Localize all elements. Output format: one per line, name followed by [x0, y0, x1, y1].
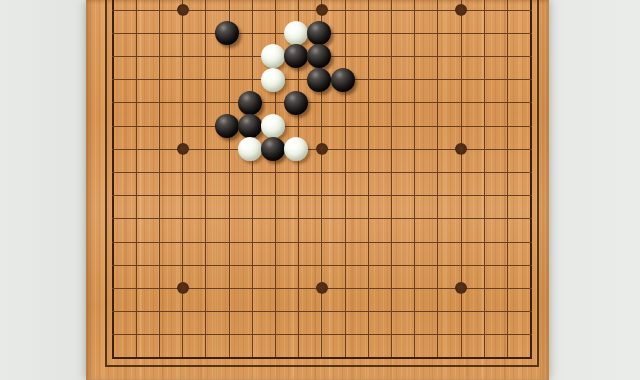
star-point	[177, 4, 189, 16]
grid-line-v-18	[507, 0, 508, 359]
black-stone[interactable]: ●	[307, 21, 331, 45]
black-stone-glyph: ●	[307, 44, 331, 68]
black-stone[interactable]: ●	[307, 68, 331, 92]
grid-line-h-13	[112, 218, 532, 219]
black-stone-glyph: ●	[238, 114, 262, 138]
black-stone-glyph: ●	[307, 21, 331, 45]
grid-line-v-2	[136, 0, 137, 359]
grid-line-h-14	[112, 242, 532, 243]
white-stone-glyph: ○	[238, 137, 262, 161]
star-point	[455, 4, 467, 16]
black-stone-glyph: ●	[284, 91, 308, 115]
white-stone-glyph: ○	[261, 114, 285, 138]
black-stone[interactable]: ●	[215, 114, 239, 138]
black-stone[interactable]: ●	[284, 44, 308, 68]
black-stone-glyph: ●	[261, 137, 285, 161]
grid-line-v-5	[205, 0, 206, 359]
white-stone[interactable]: ○	[261, 68, 285, 92]
grid-line-v-16	[461, 0, 462, 359]
grid-line-h-19	[112, 357, 532, 359]
grid-line-v-12	[368, 0, 369, 359]
grid-line-v-1	[112, 0, 114, 359]
grid-line-v-4	[182, 0, 183, 359]
black-stone[interactable]: ●	[238, 114, 262, 138]
star-point	[316, 143, 328, 155]
black-stone[interactable]: ●	[284, 91, 308, 115]
grid-line-v-7	[252, 0, 253, 359]
grid-line-h-15	[112, 265, 532, 266]
white-stone-glyph: ○	[284, 137, 308, 161]
white-stone[interactable]: ○	[261, 114, 285, 138]
black-stone-glyph: ●	[307, 68, 331, 92]
white-stone[interactable]: ○	[238, 137, 262, 161]
black-stone[interactable]: ●	[215, 21, 239, 45]
black-stone[interactable]: ●	[261, 137, 285, 161]
black-stone[interactable]: ●	[331, 68, 355, 92]
grid-line-v-11	[345, 0, 346, 359]
white-stone[interactable]: ○	[284, 137, 308, 161]
grid-line-v-17	[484, 0, 485, 359]
grid-line-v-6	[229, 0, 230, 359]
black-stone[interactable]: ●	[238, 91, 262, 115]
black-stone-glyph: ●	[215, 114, 239, 138]
grid-line-h-17	[112, 311, 532, 312]
grid-line-h-12	[112, 195, 532, 196]
black-stone[interactable]: ●	[307, 44, 331, 68]
white-stone[interactable]: ○	[284, 21, 308, 45]
star-point	[177, 282, 189, 294]
white-stone[interactable]: ○	[261, 44, 285, 68]
star-point	[316, 4, 328, 16]
white-stone-glyph: ○	[284, 21, 308, 45]
white-stone-glyph: ○	[261, 44, 285, 68]
grid-line-h-9	[112, 126, 532, 127]
grid-line-v-13	[391, 0, 392, 359]
grid-line-v-19	[530, 0, 532, 359]
black-stone-glyph: ●	[284, 44, 308, 68]
star-point	[177, 143, 189, 155]
grid-line-v-14	[414, 0, 415, 359]
grid-line-v-15	[437, 0, 438, 359]
grid-line-h-8	[112, 102, 532, 103]
grid-line-v-3	[159, 0, 160, 359]
black-stone-glyph: ●	[238, 91, 262, 115]
black-stone-glyph: ●	[215, 21, 239, 45]
grid-line-h-18	[112, 334, 532, 335]
grid-line-h-11	[112, 172, 532, 173]
white-stone-glyph: ○	[261, 68, 285, 92]
screenshot-background: ●○●○●●○●●●●●●○○●○	[0, 0, 640, 380]
black-stone-glyph: ●	[331, 68, 355, 92]
